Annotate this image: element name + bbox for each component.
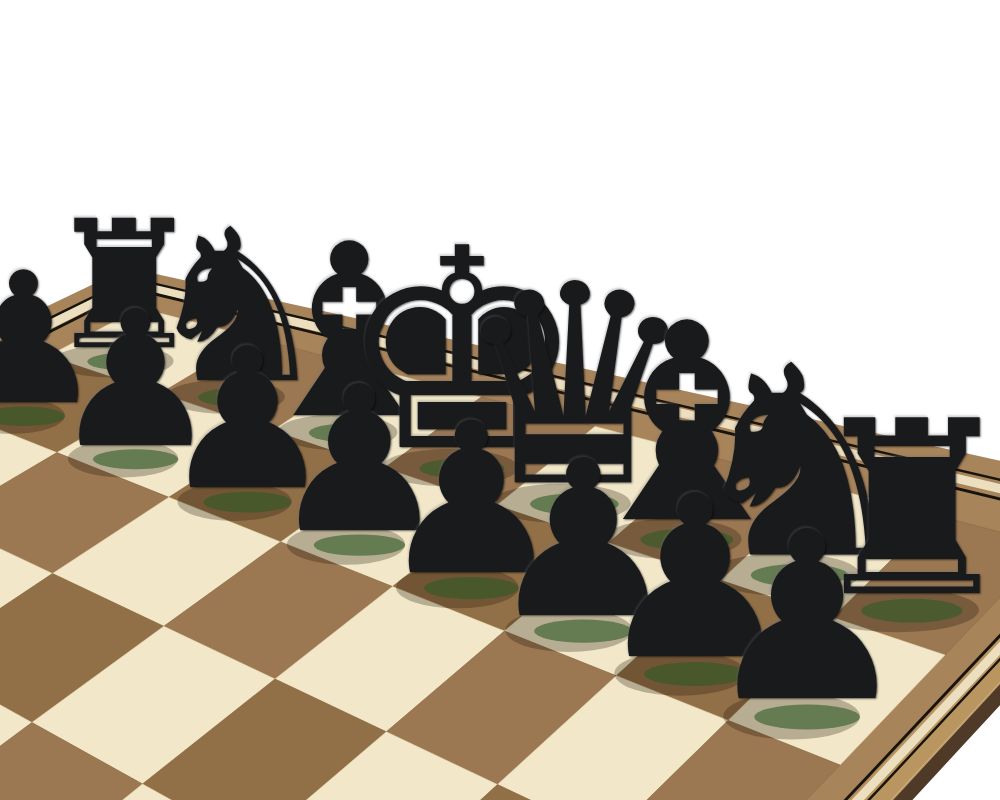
chess-photo-scene: ♜♞♟♝♟♚♟♛♝♟♞♟♜♟♟♟ Black ebonised Staunton… (0, 0, 1000, 800)
piece-black-pawn-h7[interactable]: ♟ (703, 503, 912, 736)
